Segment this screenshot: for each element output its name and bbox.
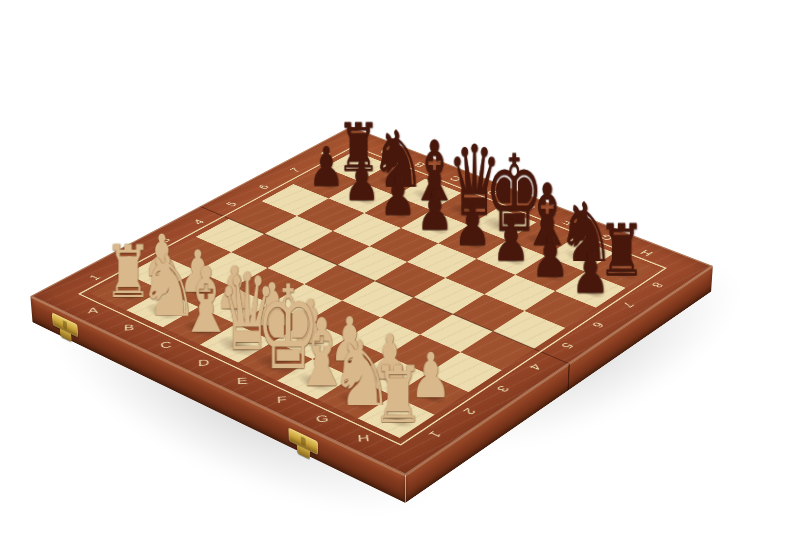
white-rook-h1: ♜ <box>364 356 429 417</box>
black-pawn-h7: ♟ <box>560 243 620 289</box>
fold-seam-side <box>567 363 569 391</box>
product-photo-scene: AABBCCDDEEFFGGHH1122334455667788 ♜♞♝♛♚♝♞… <box>0 0 800 533</box>
